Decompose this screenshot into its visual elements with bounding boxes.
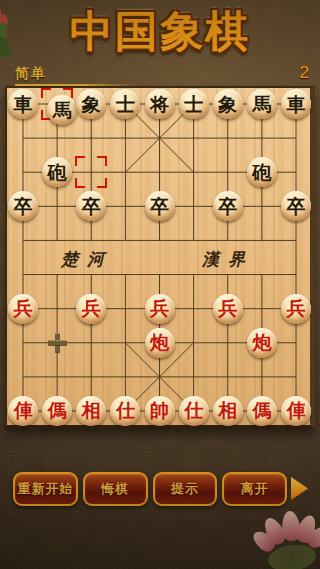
black-soldier-4[interactable]: 卒 — [213, 191, 243, 221]
undo-move-button[interactable]: 悔棋 — [83, 472, 148, 506]
red-general[interactable]: 帥 — [145, 396, 175, 426]
leave-button[interactable]: 离开 — [222, 472, 287, 506]
red-horse-left[interactable]: 傌 — [42, 396, 72, 426]
red-cannon-right[interactable]: 炮 — [247, 328, 277, 358]
red-soldier-1[interactable]: 兵 — [8, 294, 38, 324]
red-advisor-right[interactable]: 仕 — [179, 396, 209, 426]
restart-button[interactable]: 重新开始 — [13, 472, 78, 506]
move-counter: 2 — [300, 63, 309, 83]
black-elephant-right[interactable]: 象 — [213, 89, 243, 119]
red-elephant-right[interactable]: 相 — [213, 396, 243, 426]
board-grid — [7, 88, 310, 425]
red-soldier-3[interactable]: 兵 — [145, 294, 175, 324]
xiangqi-app: 中国象棋 简单 2 楚河 漢界 車馬象士将士象馬車砲砲卒卒卒卒卒兵兵兵兵兵炮炮俥… — [0, 0, 320, 569]
river-label-right: 漢界 — [202, 248, 254, 271]
black-cannon-right[interactable]: 砲 — [247, 157, 277, 187]
lotus-decoration — [254, 505, 320, 569]
hint-button[interactable]: 提示 — [153, 472, 218, 506]
app-title: 中国象棋 — [0, 8, 320, 55]
difficulty-label: 简单 — [15, 65, 47, 83]
red-soldier-4[interactable]: 兵 — [213, 294, 243, 324]
red-soldier-2[interactable]: 兵 — [76, 294, 106, 324]
toolbar: 重新开始 悔棋 提示 离开 — [13, 472, 287, 506]
black-chariot-left[interactable]: 車 — [8, 89, 38, 119]
black-advisor-right[interactable]: 士 — [179, 89, 209, 119]
black-chariot-right[interactable]: 車 — [281, 89, 311, 119]
black-horse-right[interactable]: 馬 — [247, 89, 277, 119]
red-chariot-right[interactable]: 俥 — [281, 396, 311, 426]
red-cannon-center[interactable]: 炮 — [145, 328, 175, 358]
red-chariot-left[interactable]: 俥 — [8, 396, 38, 426]
black-horse-left-moving[interactable]: 馬 — [47, 95, 77, 125]
river-label-left: 楚河 — [61, 248, 113, 271]
black-soldier-3[interactable]: 卒 — [145, 191, 175, 221]
black-general[interactable]: 将 — [145, 89, 175, 119]
red-soldier-5[interactable]: 兵 — [281, 294, 311, 324]
board[interactable]: 楚河 漢界 車馬象士将士象馬車砲砲卒卒卒卒卒兵兵兵兵兵炮炮俥傌相仕帥仕相傌俥 — [5, 86, 315, 429]
next-arrow-icon[interactable] — [291, 477, 308, 500]
red-horse-right[interactable]: 傌 — [247, 396, 277, 426]
